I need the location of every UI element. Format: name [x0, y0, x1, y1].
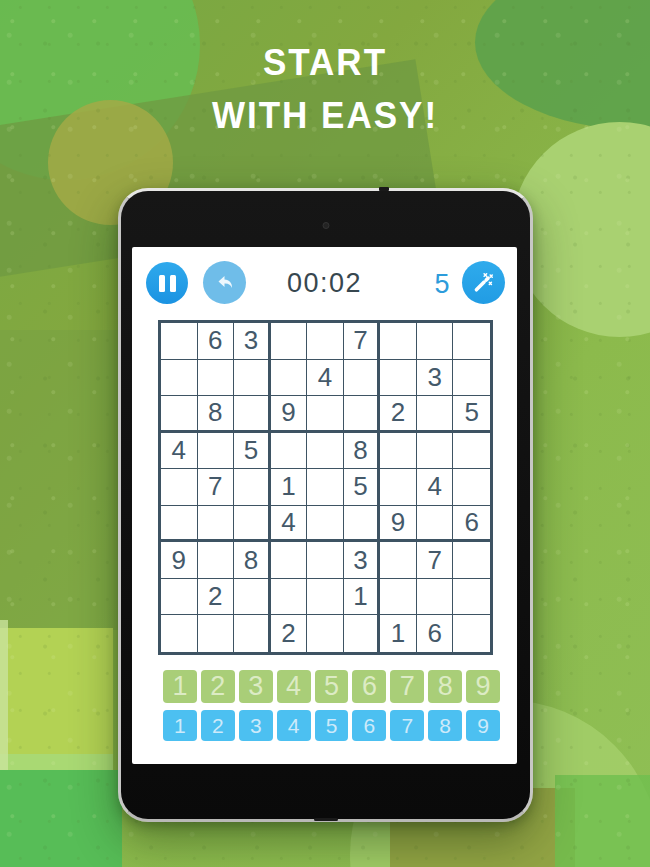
sudoku-cell-r5c3[interactable] — [234, 469, 271, 506]
blue-key-1[interactable]: 1 — [163, 710, 197, 741]
sudoku-cell-r9c9[interactable] — [453, 615, 490, 652]
sudoku-cell-r9c6[interactable] — [344, 615, 381, 652]
sudoku-cell-r5c7[interactable] — [380, 469, 417, 506]
blue-key-8[interactable]: 8 — [428, 710, 462, 741]
sudoku-cell-r8c2[interactable]: 2 — [198, 579, 235, 616]
sudoku-cell-r7c6[interactable]: 3 — [344, 542, 381, 579]
app-screen: 00:02 5 637438925458715 — [132, 247, 517, 764]
sudoku-cell-r1c6[interactable]: 7 — [344, 323, 381, 360]
tablet-camera — [322, 222, 329, 229]
sudoku-cell-r6c8[interactable] — [417, 506, 454, 543]
promo-title: START WITH EASY! — [0, 44, 650, 132]
sudoku-cell-r9c2[interactable] — [198, 615, 235, 652]
sudoku-cell-r4c1[interactable]: 4 — [161, 433, 198, 470]
blue-key-4[interactable]: 4 — [277, 710, 311, 741]
promo-title-line2: WITH EASY! — [0, 96, 650, 134]
sudoku-cell-r7c4[interactable] — [271, 542, 308, 579]
background-shape-bottom-right-green — [555, 775, 650, 867]
sudoku-cell-r8c8[interactable] — [417, 579, 454, 616]
sudoku-cell-r5c5[interactable] — [307, 469, 344, 506]
sudoku-cell-r4c9[interactable] — [453, 433, 490, 470]
green-key-7[interactable]: 7 — [390, 670, 424, 703]
tablet-edge-button — [379, 187, 389, 191]
sudoku-cell-r6c6[interactable] — [344, 506, 381, 543]
green-key-8[interactable]: 8 — [428, 670, 462, 703]
sudoku-cell-r1c1[interactable] — [161, 323, 198, 360]
sudoku-cell-r9c5[interactable] — [307, 615, 344, 652]
sudoku-cell-r8c6[interactable]: 1 — [344, 579, 381, 616]
hint-button[interactable] — [462, 261, 505, 304]
sudoku-cell-r8c4[interactable] — [271, 579, 308, 616]
promo-title-line1: START — [0, 43, 650, 81]
sudoku-cell-r2c9[interactable] — [453, 360, 490, 397]
sudoku-cell-r9c4[interactable]: 2 — [271, 615, 308, 652]
sudoku-cell-r6c7[interactable]: 9 — [380, 506, 417, 543]
sudoku-cell-r1c5[interactable] — [307, 323, 344, 360]
sudoku-cell-r4c3[interactable]: 5 — [234, 433, 271, 470]
sudoku-cell-r5c8[interactable]: 4 — [417, 469, 454, 506]
sudoku-cell-r7c9[interactable] — [453, 542, 490, 579]
sudoku-cell-r7c8[interactable]: 7 — [417, 542, 454, 579]
blue-key-7[interactable]: 7 — [390, 710, 424, 741]
green-key-4[interactable]: 4 — [277, 670, 311, 703]
green-key-5[interactable]: 5 — [315, 670, 349, 703]
sudoku-cell-r3c9[interactable]: 5 — [453, 396, 490, 433]
background-shape-left-rect — [0, 330, 120, 630]
sudoku-cell-r3c1[interactable] — [161, 396, 198, 433]
sudoku-cell-r4c5[interactable] — [307, 433, 344, 470]
blue-key-9[interactable]: 9 — [466, 710, 500, 741]
hint-count: 5 — [428, 269, 456, 300]
sudoku-cell-r2c5[interactable]: 4 — [307, 360, 344, 397]
sudoku-cell-r2c8[interactable]: 3 — [417, 360, 454, 397]
sudoku-cell-r7c1[interactable]: 9 — [161, 542, 198, 579]
sudoku-cell-r1c4[interactable] — [271, 323, 308, 360]
green-key-1[interactable]: 1 — [163, 670, 197, 703]
sudoku-cell-r5c9[interactable] — [453, 469, 490, 506]
green-key-6[interactable]: 6 — [352, 670, 386, 703]
blue-key-2[interactable]: 2 — [201, 710, 235, 741]
sudoku-cell-r3c3[interactable] — [234, 396, 271, 433]
sudoku-cell-r4c2[interactable] — [198, 433, 235, 470]
sudoku-cell-r8c1[interactable] — [161, 579, 198, 616]
background-shape-bottomleft-green — [0, 770, 122, 867]
sudoku-cell-r5c1[interactable] — [161, 469, 198, 506]
background-shape-bottomleft-yellow — [0, 628, 113, 754]
sudoku-cell-r1c8[interactable] — [417, 323, 454, 360]
blue-key-3[interactable]: 3 — [239, 710, 273, 741]
sudoku-cell-r4c4[interactable] — [271, 433, 308, 470]
sudoku-board: 6374389254587154496983721216 — [158, 320, 493, 655]
blue-key-6[interactable]: 6 — [352, 710, 386, 741]
green-key-2[interactable]: 2 — [201, 670, 235, 703]
sudoku-cell-r6c3[interactable] — [234, 506, 271, 543]
sudoku-cell-r1c3[interactable]: 3 — [234, 323, 271, 360]
green-keypad: 123456789 — [163, 670, 500, 703]
sudoku-cell-r9c8[interactable]: 6 — [417, 615, 454, 652]
sudoku-cell-r2c3[interactable] — [234, 360, 271, 397]
sudoku-cell-r6c2[interactable] — [198, 506, 235, 543]
sudoku-cell-r3c8[interactable] — [417, 396, 454, 433]
sudoku-cell-r3c7[interactable]: 2 — [380, 396, 417, 433]
sudoku-cell-r4c6[interactable]: 8 — [344, 433, 381, 470]
sudoku-cell-r2c1[interactable] — [161, 360, 198, 397]
sudoku-cell-r9c3[interactable] — [234, 615, 271, 652]
sudoku-cell-r3c6[interactable] — [344, 396, 381, 433]
sudoku-cell-r4c7[interactable] — [380, 433, 417, 470]
sudoku-cell-r1c9[interactable] — [453, 323, 490, 360]
blue-keypad: 123456789 — [163, 710, 500, 741]
sudoku-cell-r5c6[interactable]: 5 — [344, 469, 381, 506]
background-shape-left-light-strip — [0, 620, 8, 770]
sudoku-cell-r1c7[interactable] — [380, 323, 417, 360]
tablet-frame: 00:02 5 637438925458715 — [118, 188, 533, 822]
sudoku-cell-r8c7[interactable] — [380, 579, 417, 616]
sudoku-cell-r7c7[interactable] — [380, 542, 417, 579]
sudoku-cell-r1c2[interactable]: 6 — [198, 323, 235, 360]
sudoku-cell-r3c5[interactable] — [307, 396, 344, 433]
sudoku-cell-r6c4[interactable]: 4 — [271, 506, 308, 543]
sudoku-cell-r4c8[interactable] — [417, 433, 454, 470]
sudoku-cell-r8c9[interactable] — [453, 579, 490, 616]
tablet-charging-port — [314, 818, 338, 821]
sudoku-cell-r3c2[interactable]: 8 — [198, 396, 235, 433]
sudoku-cell-r7c5[interactable] — [307, 542, 344, 579]
sudoku-cell-r2c6[interactable] — [344, 360, 381, 397]
sudoku-cell-r3c4[interactable]: 9 — [271, 396, 308, 433]
sudoku-cell-r2c7[interactable] — [380, 360, 417, 397]
background-shape-bottomleft-strip — [0, 754, 113, 770]
sudoku-cell-r6c9[interactable]: 6 — [453, 506, 490, 543]
blue-key-5[interactable]: 5 — [315, 710, 349, 741]
sudoku-cell-r8c5[interactable] — [307, 579, 344, 616]
sudoku-cell-r7c2[interactable] — [198, 542, 235, 579]
sudoku-cell-r9c1[interactable] — [161, 615, 198, 652]
green-key-9[interactable]: 9 — [466, 670, 500, 703]
sudoku-cell-r5c2[interactable]: 7 — [198, 469, 235, 506]
sudoku-cell-r6c5[interactable] — [307, 506, 344, 543]
sudoku-cell-r7c3[interactable]: 8 — [234, 542, 271, 579]
sudoku-cell-r8c3[interactable] — [234, 579, 271, 616]
timer-display: 00:02 — [132, 268, 517, 299]
background: START WITH EASY! 00:02 5 — [0, 0, 650, 867]
sudoku-cell-r9c7[interactable]: 1 — [380, 615, 417, 652]
sudoku-cell-r2c4[interactable] — [271, 360, 308, 397]
magic-wand-icon — [471, 270, 496, 295]
sudoku-cell-r6c1[interactable] — [161, 506, 198, 543]
green-key-3[interactable]: 3 — [239, 670, 273, 703]
sudoku-cell-r2c2[interactable] — [198, 360, 235, 397]
sudoku-cell-r5c4[interactable]: 1 — [271, 469, 308, 506]
